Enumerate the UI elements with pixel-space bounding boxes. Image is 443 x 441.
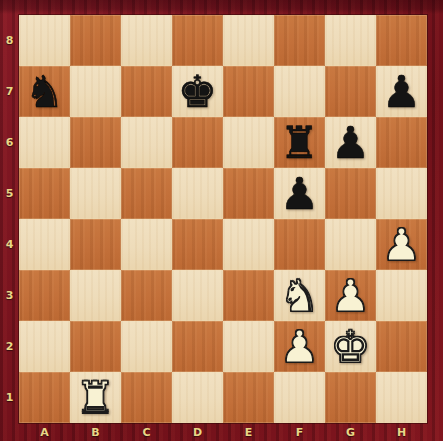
square-e2[interactable]: [223, 321, 274, 372]
file-label-e: E: [223, 423, 274, 441]
rank-label-7: 7: [0, 66, 19, 117]
square-g6[interactable]: ♟: [325, 117, 376, 168]
square-f5[interactable]: ♟: [274, 168, 325, 219]
square-a5[interactable]: [19, 168, 70, 219]
black-pawn[interactable]: ♟: [280, 168, 319, 219]
square-h1[interactable]: [376, 372, 427, 423]
square-c3[interactable]: [121, 270, 172, 321]
square-a7[interactable]: ♞: [19, 66, 70, 117]
square-h8[interactable]: [376, 15, 427, 66]
file-label-d: D: [172, 423, 223, 441]
rank-label-6: 6: [0, 117, 19, 168]
black-king[interactable]: ♚: [178, 66, 217, 117]
square-d7[interactable]: ♚: [172, 66, 223, 117]
square-f2[interactable]: ♟: [274, 321, 325, 372]
square-f4[interactable]: [274, 219, 325, 270]
square-b6[interactable]: [70, 117, 121, 168]
square-c6[interactable]: [121, 117, 172, 168]
square-h2[interactable]: [376, 321, 427, 372]
square-e3[interactable]: [223, 270, 274, 321]
square-d5[interactable]: [172, 168, 223, 219]
square-d3[interactable]: [172, 270, 223, 321]
square-a8[interactable]: [19, 15, 70, 66]
white-rook[interactable]: ♜: [76, 372, 115, 423]
white-pawn[interactable]: ♟: [382, 219, 421, 270]
square-g7[interactable]: [325, 66, 376, 117]
file-label-c: C: [121, 423, 172, 441]
rank-label-8: 8: [0, 15, 19, 66]
square-e5[interactable]: [223, 168, 274, 219]
square-a6[interactable]: [19, 117, 70, 168]
square-a3[interactable]: [19, 270, 70, 321]
square-e4[interactable]: [223, 219, 274, 270]
square-f1[interactable]: [274, 372, 325, 423]
square-d4[interactable]: [172, 219, 223, 270]
square-e7[interactable]: [223, 66, 274, 117]
square-h5[interactable]: [376, 168, 427, 219]
square-b5[interactable]: [70, 168, 121, 219]
rank-label-2: 2: [0, 321, 19, 372]
square-c5[interactable]: [121, 168, 172, 219]
square-b7[interactable]: [70, 66, 121, 117]
chess-board-window: ♞♚♟♜♟♟♟♞♟♟♚♜ 87654321 ABCDEFGH: [0, 0, 443, 441]
square-b3[interactable]: [70, 270, 121, 321]
square-b8[interactable]: [70, 15, 121, 66]
square-d2[interactable]: [172, 321, 223, 372]
square-a2[interactable]: [19, 321, 70, 372]
white-pawn[interactable]: ♟: [331, 270, 370, 321]
square-f8[interactable]: [274, 15, 325, 66]
rank-label-3: 3: [0, 270, 19, 321]
file-label-f: F: [274, 423, 325, 441]
square-g2[interactable]: ♚: [325, 321, 376, 372]
square-d6[interactable]: [172, 117, 223, 168]
square-d1[interactable]: [172, 372, 223, 423]
white-king[interactable]: ♚: [331, 321, 370, 372]
square-f3[interactable]: ♞: [274, 270, 325, 321]
white-pawn[interactable]: ♟: [280, 321, 319, 372]
square-h3[interactable]: [376, 270, 427, 321]
black-rook[interactable]: ♜: [280, 117, 319, 168]
square-a4[interactable]: [19, 219, 70, 270]
white-knight[interactable]: ♞: [280, 270, 319, 321]
square-c4[interactable]: [121, 219, 172, 270]
square-b2[interactable]: [70, 321, 121, 372]
square-e6[interactable]: [223, 117, 274, 168]
square-c2[interactable]: [121, 321, 172, 372]
chess-board: ♞♚♟♜♟♟♟♞♟♟♚♜: [19, 15, 427, 423]
square-d8[interactable]: [172, 15, 223, 66]
square-b1[interactable]: ♜: [70, 372, 121, 423]
square-a1[interactable]: [19, 372, 70, 423]
square-h6[interactable]: [376, 117, 427, 168]
square-c1[interactable]: [121, 372, 172, 423]
square-g8[interactable]: [325, 15, 376, 66]
square-e8[interactable]: [223, 15, 274, 66]
square-g5[interactable]: [325, 168, 376, 219]
file-label-h: H: [376, 423, 427, 441]
square-g3[interactable]: ♟: [325, 270, 376, 321]
file-label-a: A: [19, 423, 70, 441]
square-c8[interactable]: [121, 15, 172, 66]
square-f6[interactable]: ♜: [274, 117, 325, 168]
black-pawn[interactable]: ♟: [331, 117, 370, 168]
rank-label-5: 5: [0, 168, 19, 219]
square-c7[interactable]: [121, 66, 172, 117]
rank-label-4: 4: [0, 219, 19, 270]
square-g1[interactable]: [325, 372, 376, 423]
black-knight[interactable]: ♞: [25, 66, 64, 117]
square-h7[interactable]: ♟: [376, 66, 427, 117]
rank-label-1: 1: [0, 372, 19, 423]
square-e1[interactable]: [223, 372, 274, 423]
file-label-g: G: [325, 423, 376, 441]
file-label-b: B: [70, 423, 121, 441]
black-pawn[interactable]: ♟: [382, 66, 421, 117]
square-h4[interactable]: ♟: [376, 219, 427, 270]
square-g4[interactable]: [325, 219, 376, 270]
square-b4[interactable]: [70, 219, 121, 270]
square-f7[interactable]: [274, 66, 325, 117]
